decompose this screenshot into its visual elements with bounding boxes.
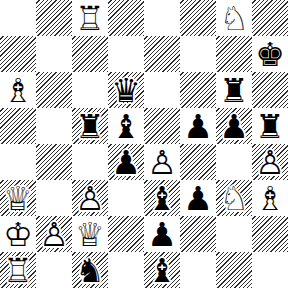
square-e7[interactable] <box>144 36 180 72</box>
square-f4[interactable] <box>180 144 216 180</box>
piece-black-queen: ♛♛ <box>108 72 144 108</box>
square-h5[interactable]: ♜♜ <box>252 108 288 144</box>
square-g4[interactable] <box>216 144 252 180</box>
square-f7[interactable] <box>180 36 216 72</box>
square-e1[interactable]: ♝♝ <box>144 252 180 288</box>
square-b4[interactable] <box>36 144 72 180</box>
piece-black-rook: ♜♜ <box>252 108 288 144</box>
square-g8[interactable]: ♞♘ <box>216 0 252 36</box>
square-a3[interactable]: ♛♕ <box>0 180 36 216</box>
square-f2[interactable] <box>180 216 216 252</box>
square-g3[interactable]: ♞♘ <box>216 180 252 216</box>
chess-board: ♜♖♞♘♚♚♝♗♛♛♜♜♜♜♝♝♟♟♟♟♜♜♟♟♟♙♟♙♛♕♟♙♝♝♟♟♞♘♝♗… <box>0 0 288 288</box>
square-h8[interactable] <box>252 0 288 36</box>
square-h2[interactable] <box>252 216 288 252</box>
square-g5[interactable]: ♟♟ <box>216 108 252 144</box>
square-c2[interactable]: ♛♕ <box>72 216 108 252</box>
piece-black-bishop: ♝♝ <box>144 180 180 216</box>
piece-white-rook: ♜♖ <box>0 252 36 288</box>
square-d5[interactable]: ♝♝ <box>108 108 144 144</box>
piece-black-bishop: ♝♝ <box>108 108 144 144</box>
square-h7[interactable]: ♚♚ <box>252 36 288 72</box>
square-c8[interactable]: ♜♖ <box>72 0 108 36</box>
square-a1[interactable]: ♜♖ <box>0 252 36 288</box>
square-d6[interactable]: ♛♛ <box>108 72 144 108</box>
piece-white-bishop: ♝♗ <box>252 180 288 216</box>
square-d7[interactable] <box>108 36 144 72</box>
square-b6[interactable] <box>36 72 72 108</box>
square-a8[interactable] <box>0 0 36 36</box>
square-f5[interactable]: ♟♟ <box>180 108 216 144</box>
square-g1[interactable] <box>216 252 252 288</box>
piece-black-pawn: ♟♟ <box>144 216 180 252</box>
square-h3[interactable]: ♝♗ <box>252 180 288 216</box>
square-e5[interactable] <box>144 108 180 144</box>
square-a2[interactable]: ♚♔ <box>0 216 36 252</box>
square-h6[interactable] <box>252 72 288 108</box>
piece-black-pawn: ♟♟ <box>180 108 216 144</box>
square-b7[interactable] <box>36 36 72 72</box>
piece-white-queen: ♛♕ <box>0 180 36 216</box>
piece-white-bishop: ♝♗ <box>0 72 36 108</box>
square-a7[interactable] <box>0 36 36 72</box>
square-a6[interactable]: ♝♗ <box>0 72 36 108</box>
square-c1[interactable]: ♞♞ <box>72 252 108 288</box>
piece-black-knight: ♞♞ <box>72 252 108 288</box>
square-f8[interactable] <box>180 0 216 36</box>
square-c4[interactable] <box>72 144 108 180</box>
square-e2[interactable]: ♟♟ <box>144 216 180 252</box>
square-b5[interactable] <box>36 108 72 144</box>
square-a5[interactable] <box>0 108 36 144</box>
square-b1[interactable] <box>36 252 72 288</box>
square-h4[interactable]: ♟♙ <box>252 144 288 180</box>
piece-white-knight: ♞♘ <box>216 180 252 216</box>
square-f6[interactable] <box>180 72 216 108</box>
piece-black-bishop: ♝♝ <box>144 252 180 288</box>
piece-black-pawn: ♟♟ <box>108 144 144 180</box>
square-e8[interactable] <box>144 0 180 36</box>
piece-white-rook: ♜♖ <box>72 0 108 36</box>
piece-black-pawn: ♟♟ <box>180 180 216 216</box>
square-c5[interactable]: ♜♜ <box>72 108 108 144</box>
square-h1[interactable] <box>252 252 288 288</box>
square-e3[interactable]: ♝♝ <box>144 180 180 216</box>
piece-white-king: ♚♔ <box>0 216 36 252</box>
piece-black-king: ♚♚ <box>252 36 288 72</box>
square-f3[interactable]: ♟♟ <box>180 180 216 216</box>
piece-white-pawn: ♟♙ <box>144 144 180 180</box>
square-g6[interactable]: ♜♜ <box>216 72 252 108</box>
piece-white-queen: ♛♕ <box>72 216 108 252</box>
square-d3[interactable] <box>108 180 144 216</box>
square-a4[interactable] <box>0 144 36 180</box>
square-d4[interactable]: ♟♟ <box>108 144 144 180</box>
piece-black-rook: ♜♜ <box>72 108 108 144</box>
piece-white-pawn: ♟♙ <box>36 216 72 252</box>
square-e4[interactable]: ♟♙ <box>144 144 180 180</box>
square-c3[interactable]: ♟♙ <box>72 180 108 216</box>
square-b3[interactable] <box>36 180 72 216</box>
square-d2[interactable] <box>108 216 144 252</box>
piece-black-pawn: ♟♟ <box>216 108 252 144</box>
square-d1[interactable] <box>108 252 144 288</box>
square-d8[interactable] <box>108 0 144 36</box>
piece-white-pawn: ♟♙ <box>252 144 288 180</box>
piece-white-knight: ♞♘ <box>216 0 252 36</box>
piece-white-pawn: ♟♙ <box>72 180 108 216</box>
square-c7[interactable] <box>72 36 108 72</box>
piece-black-rook: ♜♜ <box>216 72 252 108</box>
square-e6[interactable] <box>144 72 180 108</box>
square-f1[interactable] <box>180 252 216 288</box>
square-c6[interactable] <box>72 72 108 108</box>
square-g2[interactable] <box>216 216 252 252</box>
square-g7[interactable] <box>216 36 252 72</box>
square-b2[interactable]: ♟♙ <box>36 216 72 252</box>
square-b8[interactable] <box>36 0 72 36</box>
